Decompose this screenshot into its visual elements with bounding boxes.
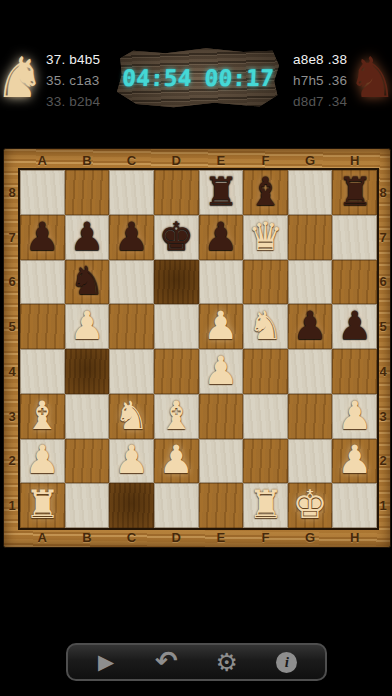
square-d2[interactable]: ♟ — [154, 439, 199, 484]
square-f2[interactable] — [243, 439, 288, 484]
square-g8[interactable] — [288, 170, 333, 215]
rank-label-5: 5 — [376, 304, 390, 349]
square-a1[interactable]: ♜ — [20, 483, 65, 528]
black-rook-e8[interactable]: ♜ — [203, 172, 238, 211]
square-e5[interactable]: ♟ — [199, 304, 244, 349]
square-g6[interactable] — [288, 260, 333, 305]
square-a3[interactable]: ♝ — [20, 394, 65, 439]
white-king-g1[interactable]: ♚ — [293, 485, 328, 524]
black-king-d7[interactable]: ♚ — [159, 217, 194, 256]
white-pawn-a2[interactable]: ♟ — [25, 440, 60, 479]
file-label-h: H — [332, 150, 377, 170]
white-knight-icon: ♞ — [0, 44, 43, 112]
file-label-b: B — [65, 150, 110, 170]
square-g2[interactable] — [288, 439, 333, 484]
white-pawn-d2[interactable]: ♟ — [159, 440, 194, 479]
files-top: ABCDEFGH — [20, 150, 377, 170]
game-clock: 04:54 00:17 — [117, 47, 279, 109]
white-time: 04:54 — [122, 65, 193, 91]
rank-label-3: 3 — [4, 394, 20, 439]
white-move-latest: 37. b4b5 — [46, 49, 116, 70]
square-e4[interactable]: ♟ — [199, 349, 244, 394]
ranks-left: 87654321 — [4, 170, 20, 528]
file-label-a: A — [20, 528, 65, 547]
square-d7[interactable]: ♚ — [154, 215, 199, 260]
black-time: 00:17 — [204, 65, 275, 91]
square-g1[interactable]: ♚ — [288, 483, 333, 528]
black-knight-icon: ♞ — [349, 44, 392, 112]
square-h7[interactable] — [332, 215, 377, 260]
black-knight-b6[interactable]: ♞ — [69, 261, 104, 300]
white-pawn-h2[interactable]: ♟ — [337, 440, 372, 479]
black-pawn-c7[interactable]: ♟ — [114, 217, 149, 256]
square-f7[interactable]: ♛ — [243, 215, 288, 260]
white-move-prev2: 33. b2b4 — [46, 91, 116, 112]
black-pawn-g5[interactable]: ♟ — [293, 306, 328, 345]
square-d5[interactable] — [154, 304, 199, 349]
square-h8[interactable]: ♜ — [332, 170, 377, 215]
square-c6[interactable] — [109, 260, 154, 305]
square-b8[interactable] — [65, 170, 110, 215]
file-label-g: G — [288, 150, 333, 170]
white-knight-c3[interactable]: ♞ — [114, 396, 149, 435]
file-label-e: E — [199, 528, 244, 547]
square-g7[interactable] — [288, 215, 333, 260]
square-g3[interactable] — [288, 394, 333, 439]
square-a4[interactable] — [20, 349, 65, 394]
square-f6[interactable] — [243, 260, 288, 305]
square-c5[interactable] — [109, 304, 154, 349]
rank-label-4: 4 — [4, 349, 20, 394]
square-e6[interactable] — [199, 260, 244, 305]
file-label-f: F — [243, 150, 288, 170]
square-a8[interactable] — [20, 170, 65, 215]
square-a6[interactable] — [20, 260, 65, 305]
square-e2[interactable] — [199, 439, 244, 484]
rank-label-1: 1 — [376, 483, 390, 528]
file-label-g: G — [288, 528, 333, 547]
square-g4[interactable] — [288, 349, 333, 394]
square-h3[interactable]: ♟ — [332, 394, 377, 439]
square-b3[interactable] — [65, 394, 110, 439]
chess-board: ABCDEFGH ABCDEFGH 87654321 87654321 ♜♝♜♟… — [3, 148, 391, 548]
gear-icon: ⚙ — [215, 650, 237, 675]
rank-label-1: 1 — [4, 483, 20, 528]
rank-label-8: 8 — [376, 170, 390, 215]
file-label-c: C — [109, 150, 154, 170]
square-b1[interactable] — [65, 483, 110, 528]
info-icon: i — [276, 652, 297, 673]
white-queen-f7[interactable]: ♛ — [248, 217, 283, 256]
square-g5[interactable]: ♟ — [288, 304, 333, 349]
square-h4[interactable] — [332, 349, 377, 394]
white-rook-a1[interactable]: ♜ — [25, 485, 60, 524]
square-f4[interactable] — [243, 349, 288, 394]
white-bishop-a3[interactable]: ♝ — [25, 396, 60, 435]
square-d8[interactable] — [154, 170, 199, 215]
white-pawn-c2[interactable]: ♟ — [114, 440, 149, 479]
square-d3[interactable]: ♝ — [154, 394, 199, 439]
black-pawn-h5[interactable]: ♟ — [337, 306, 372, 345]
square-c3[interactable]: ♞ — [109, 394, 154, 439]
black-pawn-e7[interactable]: ♟ — [203, 217, 238, 256]
rank-label-7: 7 — [4, 215, 20, 260]
rank-label-2: 2 — [4, 439, 20, 484]
rank-label-6: 6 — [4, 260, 20, 305]
square-c8[interactable] — [109, 170, 154, 215]
play-button[interactable]: ▶ — [86, 645, 126, 679]
phone-screen: { "game": "chess", "position": { "fen": … — [0, 0, 392, 696]
square-h2[interactable]: ♟ — [332, 439, 377, 484]
square-c7[interactable]: ♟ — [109, 215, 154, 260]
square-e7[interactable]: ♟ — [199, 215, 244, 260]
square-e1[interactable] — [199, 483, 244, 528]
black-pawn-b7[interactable]: ♟ — [69, 217, 104, 256]
white-pawn-e5[interactable]: ♟ — [203, 306, 238, 345]
rank-label-4: 4 — [376, 349, 390, 394]
white-pawn-e4[interactable]: ♟ — [203, 351, 238, 390]
rank-label-6: 6 — [376, 260, 390, 305]
file-label-d: D — [154, 528, 199, 547]
file-label-h: H — [332, 528, 377, 547]
file-label-e: E — [199, 150, 244, 170]
white-bishop-d3[interactable]: ♝ — [159, 396, 194, 435]
settings-button[interactable]: ⚙ — [207, 645, 247, 679]
square-f3[interactable] — [243, 394, 288, 439]
square-b2[interactable] — [65, 439, 110, 484]
square-b5[interactable]: ♟ — [65, 304, 110, 349]
toolbar: ▶↶⚙i — [66, 643, 327, 681]
file-label-d: D — [154, 150, 199, 170]
rank-label-5: 5 — [4, 304, 20, 349]
rank-label-7: 7 — [376, 215, 390, 260]
undo-icon: ↶ — [155, 647, 178, 674]
rank-label-8: 8 — [4, 170, 20, 215]
square-e8[interactable]: ♜ — [199, 170, 244, 215]
board-grid: ♜♝♜♟♟♟♚♟♛♞♟♟♞♟♟♟♝♞♝♟♟♟♟♟♜♜♚ — [20, 170, 377, 528]
file-label-f: F — [243, 528, 288, 547]
file-label-a: A — [20, 150, 65, 170]
info-button[interactable]: i — [267, 645, 307, 679]
square-a5[interactable] — [20, 304, 65, 349]
square-c4[interactable] — [109, 349, 154, 394]
square-h1[interactable] — [332, 483, 377, 528]
square-d1[interactable] — [154, 483, 199, 528]
black-rook-h8[interactable]: ♜ — [337, 172, 372, 211]
square-c2[interactable]: ♟ — [109, 439, 154, 484]
white-knight-f5[interactable]: ♞ — [248, 306, 283, 345]
rank-label-2: 2 — [376, 439, 390, 484]
square-a2[interactable]: ♟ — [20, 439, 65, 484]
square-c1[interactable] — [109, 483, 154, 528]
square-h6[interactable] — [332, 260, 377, 305]
square-d4[interactable] — [154, 349, 199, 394]
files-bottom: ABCDEFGH — [20, 528, 377, 547]
square-f1[interactable]: ♜ — [243, 483, 288, 528]
square-h5[interactable]: ♟ — [332, 304, 377, 349]
square-f5[interactable]: ♞ — [243, 304, 288, 349]
square-b7[interactable]: ♟ — [65, 215, 110, 260]
square-a7[interactable]: ♟ — [20, 215, 65, 260]
file-label-c: C — [109, 528, 154, 547]
play-icon: ▶ — [98, 652, 114, 673]
square-e3[interactable] — [199, 394, 244, 439]
black-bishop-f8[interactable]: ♝ — [248, 172, 283, 211]
white-move-list: 37. b4b5 35. c1a3 33. b2b4 — [46, 49, 116, 112]
rank-label-3: 3 — [376, 394, 390, 439]
square-f8[interactable]: ♝ — [243, 170, 288, 215]
square-b6[interactable]: ♞ — [65, 260, 110, 305]
undo-button[interactable]: ↶ — [146, 645, 186, 679]
white-rook-f1[interactable]: ♜ — [248, 485, 283, 524]
square-b4[interactable] — [65, 349, 110, 394]
ranks-right: 87654321 — [376, 170, 390, 528]
black-pawn-a7[interactable]: ♟ — [25, 217, 60, 256]
white-pawn-h3[interactable]: ♟ — [337, 396, 372, 435]
square-d6[interactable] — [154, 260, 199, 305]
white-pawn-b5[interactable]: ♟ — [69, 306, 104, 345]
file-label-b: B — [65, 528, 110, 547]
white-move-prev1: 35. c1a3 — [46, 70, 116, 91]
